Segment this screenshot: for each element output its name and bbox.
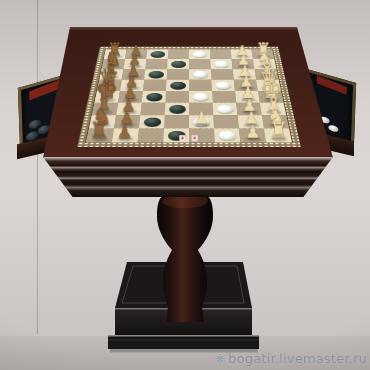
square: ♟ <box>120 80 144 91</box>
square: ♟ <box>238 115 264 128</box>
square: ♟ <box>118 91 143 103</box>
piece-shadow <box>240 98 255 102</box>
white-checker <box>192 51 207 58</box>
photo-stage: ♜♟♟♜♞♟♟♞♝♟♟♝♛♟♟♛♚♟♟♚♝♟♟♝♞♟♟♟♞♜♟♟♜ ❋bogat… <box>0 0 370 370</box>
square <box>210 59 232 69</box>
piece-shadow <box>106 65 120 68</box>
square: ♟ <box>239 128 266 142</box>
piece-shadow <box>117 137 133 141</box>
piece-shadow <box>239 87 253 90</box>
cream-chess-piece-p: ♟ <box>239 110 264 126</box>
brown-chess-piece-p: ♟ <box>125 44 146 58</box>
square <box>164 115 189 128</box>
piece-shadow <box>242 110 257 114</box>
white-checker <box>215 81 231 89</box>
piece-shadow <box>121 110 136 114</box>
dark-checker <box>143 117 161 126</box>
square: ♟ <box>123 59 146 69</box>
square <box>189 69 211 80</box>
square: ♞ <box>102 59 125 69</box>
square <box>212 91 236 103</box>
square <box>142 91 166 103</box>
square <box>140 103 165 115</box>
piece-shadow <box>262 87 277 90</box>
square: ♟ <box>235 91 260 103</box>
square <box>145 59 167 69</box>
square <box>163 128 189 142</box>
dark-checker <box>168 105 185 114</box>
brown-chess-piece-p: ♟ <box>120 75 143 90</box>
square <box>189 128 215 142</box>
square: ♜ <box>86 128 114 142</box>
piece-shadow <box>268 123 284 127</box>
chess-board: ♜♟♟♜♞♟♟♞♝♟♟♝♛♟♟♛♚♟♟♚♝♟♟♝♞♟♟♟♞♜♟♟♜ <box>76 46 302 147</box>
piece-shadow <box>258 65 272 68</box>
square: ♝ <box>255 69 279 80</box>
white-checker <box>216 105 233 114</box>
watermark: ❋bogatir.livemaster.ru <box>215 351 367 366</box>
square <box>189 49 210 59</box>
square <box>213 103 238 115</box>
square <box>166 80 189 91</box>
square: ♟ <box>122 69 146 80</box>
square: ♟ <box>233 69 257 80</box>
white-checker <box>193 117 210 126</box>
piece-shadow <box>119 123 135 127</box>
white-checker <box>193 93 209 101</box>
dark-checker <box>148 71 164 78</box>
piece-shadow <box>266 110 281 114</box>
brown-chess-piece-p: ♟ <box>114 110 139 126</box>
square: ♝ <box>260 103 286 115</box>
square: ♜ <box>104 49 127 59</box>
square: ♞ <box>89 115 116 128</box>
watermark-text: bogatir.livemaster.ru <box>228 351 367 366</box>
piece-shadow <box>129 55 142 58</box>
square: ♛ <box>256 80 281 91</box>
square: ♛ <box>97 80 122 91</box>
square: ♟ <box>231 49 253 59</box>
square <box>168 49 189 59</box>
piece-shadow <box>125 87 139 90</box>
square: ♞ <box>253 59 276 69</box>
square: ♟ <box>112 128 139 142</box>
piece-shadow <box>94 123 110 127</box>
piece-shadow <box>260 76 274 79</box>
piece-shadow <box>123 98 138 102</box>
cream-chess-piece-p: ♟ <box>231 44 252 58</box>
white-checker <box>214 61 230 68</box>
stored-white-checker <box>328 124 338 133</box>
piece-shadow <box>238 76 252 79</box>
dark-checker <box>171 61 186 68</box>
piece-shadow <box>99 98 114 102</box>
piece-shadow <box>256 55 269 58</box>
piece-shadow <box>235 55 248 58</box>
square: ♟ <box>236 103 262 115</box>
square: ♟ <box>189 115 214 128</box>
square <box>138 128 164 142</box>
square: ♚ <box>94 91 120 103</box>
square <box>146 49 168 59</box>
square: ♟ <box>232 59 255 69</box>
piece-shadow <box>108 55 121 58</box>
tabletop-apron-molding <box>43 157 333 197</box>
square: ♝ <box>92 103 118 115</box>
square <box>210 49 232 59</box>
square: ♞ <box>262 115 289 128</box>
cream-chess-piece-p: ♟ <box>235 75 258 90</box>
board-grid: ♜♟♟♜♞♟♟♞♝♟♟♝♛♟♟♛♚♟♟♚♝♟♟♝♞♟♟♟♞♜♟♟♜ <box>86 49 292 142</box>
square <box>167 69 189 80</box>
piece-shadow <box>245 137 261 141</box>
piece-shadow <box>128 65 142 68</box>
piece-shadow <box>97 110 112 114</box>
piece-shadow <box>91 137 107 141</box>
square <box>211 80 235 91</box>
square: ♟ <box>234 80 258 91</box>
die <box>179 135 186 142</box>
square <box>167 59 189 69</box>
dark-checker <box>170 81 186 89</box>
square <box>189 59 211 69</box>
piece-shadow <box>236 65 250 68</box>
dark-checker <box>146 93 163 101</box>
piece-shadow <box>270 137 286 141</box>
piece-shadow <box>104 76 118 79</box>
piece-shadow <box>102 87 117 90</box>
square: ♟ <box>116 103 142 115</box>
square: ♜ <box>251 49 274 59</box>
dark-checker <box>150 51 165 58</box>
piece-shadow <box>194 123 209 127</box>
die <box>191 135 198 142</box>
square: ♜ <box>264 128 292 142</box>
square <box>143 80 167 91</box>
right-drawer-felt <box>317 75 347 95</box>
square <box>144 69 167 80</box>
white-checker <box>218 131 236 141</box>
square <box>213 115 239 128</box>
square: ♟ <box>114 115 140 128</box>
flower-icon: ❋ <box>215 352 225 366</box>
piece-shadow <box>126 76 140 79</box>
piece-shadow <box>243 123 259 127</box>
square: ♝ <box>99 69 123 80</box>
square <box>139 115 165 128</box>
piece-shadow <box>264 98 279 102</box>
square <box>214 128 240 142</box>
square <box>165 103 189 115</box>
square <box>189 91 213 103</box>
square: ♟ <box>125 49 147 59</box>
pedestal-column <box>139 192 231 322</box>
white-checker <box>192 71 208 78</box>
square: ♚ <box>258 91 284 103</box>
square <box>211 69 234 80</box>
square <box>189 103 213 115</box>
square <box>189 80 212 91</box>
square <box>165 91 189 103</box>
